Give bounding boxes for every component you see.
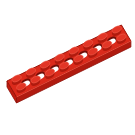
lego-plate xyxy=(4,24,134,103)
lego-technic-plate-illustration xyxy=(0,0,135,135)
product-photo xyxy=(0,0,135,135)
